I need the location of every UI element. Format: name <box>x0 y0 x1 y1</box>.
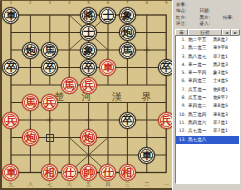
red-file-label: 四 <box>103 181 113 187</box>
black-move-text[interactable]: 卒7進1 <box>213 119 238 127</box>
red-piece-仕[interactable]: 仕 <box>61 164 78 181</box>
comment-label: 评注: <box>176 21 198 27</box>
move-number: 1. <box>176 36 187 44</box>
black-piece-炮[interactable]: 炮 <box>22 42 39 59</box>
red-file-label: 二 <box>142 181 152 187</box>
red-move-text[interactable]: 兵五進一 <box>187 94 213 102</box>
black-file-label: 7 <box>122 0 132 5</box>
red-file-label: 九 <box>6 181 16 187</box>
red-piece-馬[interactable]: 馬 <box>61 77 78 94</box>
black-piece-將[interactable]: 將 <box>80 7 97 24</box>
red-piece-相[interactable]: 相 <box>119 164 136 181</box>
black-file-label: 8 <box>142 0 152 5</box>
red-piece-炮[interactable]: 炮 <box>80 129 97 146</box>
move-number: 12. <box>176 127 187 135</box>
black-piece-馬[interactable]: 馬 <box>119 42 136 59</box>
black-move-text[interactable]: 車8進5 <box>213 102 238 110</box>
red-move-text[interactable]: 兵七進一 <box>187 127 213 135</box>
red-move-text[interactable]: 炮二平五 <box>187 36 213 44</box>
board-bottom-edge <box>0 188 172 190</box>
move-row[interactable]: 6.車四進三士4進5 <box>176 77 239 85</box>
black-move-text[interactable]: 炮8平7 <box>213 94 238 102</box>
move-row[interactable]: 9.車四進二車8進5 <box>176 102 239 110</box>
red-file-label: 七 <box>45 181 55 187</box>
black-move-text[interactable]: 卒7進1 <box>213 53 238 61</box>
red-piece-馬[interactable]: 馬 <box>22 94 39 111</box>
red-move-text[interactable]: 馬四進六 <box>187 119 213 127</box>
red-piece-炮[interactable]: 炮 <box>22 129 39 146</box>
red-piece-車[interactable]: 車 <box>99 59 116 76</box>
move-number: 11. <box>176 119 187 127</box>
black-file-label: 5 <box>84 0 94 5</box>
black-piece-卒[interactable]: 卒 <box>2 59 19 76</box>
red-piece-兵[interactable]: 兵 <box>158 112 172 129</box>
black-piece-車[interactable]: 車 <box>138 147 155 164</box>
black-move-text[interactable]: 炮8退1 <box>213 86 238 94</box>
black-file-label: 1 <box>6 0 16 5</box>
black-piece-卒[interactable]: 卒 <box>41 59 58 76</box>
black-piece-士[interactable]: 士 <box>99 7 116 24</box>
black-move-text[interactable]: 車8進3 <box>213 111 238 119</box>
black-piece-炮[interactable]: 炮 <box>119 24 136 41</box>
black-piece-卒[interactable]: 卒 <box>158 59 172 76</box>
last-move-origin-marker <box>46 134 54 142</box>
game-info-fields: 赛事: 地点: 日期: 红方: 黑方: 结果: 评注: 录入: <box>173 0 241 28</box>
red-move-text[interactable]: 馬七進八 <box>187 136 213 144</box>
black-piece-象[interactable]: 象 <box>80 42 97 59</box>
black-piece-車[interactable]: 車 <box>2 7 19 24</box>
move-row-selected[interactable]: 13.馬七進八 <box>176 136 239 144</box>
black-piece-士[interactable]: 士 <box>80 24 97 41</box>
red-piece-兵[interactable]: 兵 <box>2 112 19 129</box>
black-piece-卒[interactable]: 卒 <box>119 112 136 129</box>
black-move-text[interactable]: 馬2進3 <box>213 61 238 69</box>
move-row[interactable]: 11.馬四進六卒7進1 <box>176 119 239 127</box>
move-row[interactable]: 7.兵五進一炮8退1 <box>176 86 239 94</box>
black-move-text[interactable]: 士4進5 <box>213 77 238 85</box>
move-number: 4. <box>176 61 187 69</box>
move-row[interactable]: 2.馬二進三車9平8 <box>176 44 239 52</box>
black-move-text[interactable] <box>213 136 238 144</box>
red-move-text[interactable]: 車四進三 <box>187 77 213 85</box>
black-piece-象[interactable]: 象 <box>119 7 136 24</box>
red-file-label: 一 <box>161 181 171 187</box>
red-move-text[interactable]: 車一平四 <box>187 69 213 77</box>
move-row[interactable]: 3.馬八進七卒7進1 <box>176 53 239 61</box>
red-move-text[interactable]: 馬三進四 <box>187 111 213 119</box>
red-piece-帥[interactable]: 帥 <box>80 164 97 181</box>
black-file-label: 2 <box>25 0 35 5</box>
black-move-text[interactable]: 馬8進7 <box>213 36 238 44</box>
black-move-text[interactable]: 象3進5 <box>213 69 238 77</box>
red-move-text[interactable]: 兵五進一 <box>187 86 213 94</box>
red-piece-車[interactable]: 車 <box>2 164 19 181</box>
result-label: 结果: <box>223 15 241 21</box>
black-file-label: 9 <box>161 0 171 5</box>
move-number: 10. <box>176 111 187 119</box>
move-row[interactable]: 8.兵五進一炮8平7 <box>176 94 239 102</box>
move-number: 9. <box>176 102 187 110</box>
black-file-label: 6 <box>103 0 113 5</box>
red-move-text[interactable]: 車一進一 <box>187 61 213 69</box>
move-list[interactable]: 1.炮二平五馬8進72.馬二進三車9平83.馬八進七卒7進14.車一進一馬2進3… <box>175 35 240 184</box>
move-row[interactable]: 1.炮二平五馬8進7 <box>176 36 239 44</box>
red-file-label: 五 <box>84 181 94 187</box>
move-row[interactable]: 12.兵七進一卒7進1 <box>176 127 239 135</box>
red-piece-兵[interactable]: 兵 <box>41 94 58 111</box>
xiangqi-app-window: 楚 河 漢 界 123456789九八七六五四三二一 車將士象士炮炮馬象馬卒卒卒… <box>0 0 241 190</box>
move-row[interactable]: 4.車一進一馬2進3 <box>176 61 239 69</box>
recorder-label: 录入: <box>199 21 221 27</box>
move-number: 5. <box>176 69 187 77</box>
move-row[interactable]: 5.車一平四象3進5 <box>176 69 239 77</box>
black-file-label: 3 <box>45 0 55 5</box>
xiangqi-board[interactable]: 楚 河 漢 界 123456789九八七六五四三二一 車將士象士炮炮馬象馬卒卒卒… <box>0 0 172 190</box>
red-piece-仕[interactable]: 仕 <box>99 164 116 181</box>
red-move-text[interactable]: 車四進二 <box>187 102 213 110</box>
red-file-label: 八 <box>25 181 35 187</box>
move-row[interactable]: 10.馬三進四車8進3 <box>176 111 239 119</box>
red-piece-相[interactable]: 相 <box>41 164 58 181</box>
black-move-text[interactable]: 車9平8 <box>213 44 238 52</box>
red-file-label: 六 <box>64 181 74 187</box>
red-piece-兵[interactable]: 兵 <box>80 77 97 94</box>
move-number: 8. <box>176 94 187 102</box>
move-number: 13. <box>176 136 187 144</box>
black-piece-卒[interactable]: 卒 <box>80 59 97 76</box>
piece-grid: 車將士象士炮炮馬象馬卒卒卒卒車馬兵馬兵兵卒兵炮炮車車相仕帥仕相 <box>1 6 172 181</box>
black-file-label: 4 <box>64 0 74 5</box>
move-number: 6. <box>176 77 187 85</box>
game-info-panel: 赛事: 地点: 日期: 红方: 黑方: 结果: 评注: 录入: 着 行棋 ◄ ►… <box>172 0 241 190</box>
red-file-label: 三 <box>122 181 132 187</box>
move-number: 7. <box>176 86 187 94</box>
black-move-text[interactable]: 卒7進1 <box>213 127 238 135</box>
move-number: 3. <box>176 53 187 61</box>
black-piece-馬[interactable]: 馬 <box>41 42 58 59</box>
red-move-text[interactable]: 馬二進三 <box>187 44 213 52</box>
move-number: 2. <box>176 44 187 52</box>
red-move-text[interactable]: 馬八進七 <box>187 53 213 61</box>
